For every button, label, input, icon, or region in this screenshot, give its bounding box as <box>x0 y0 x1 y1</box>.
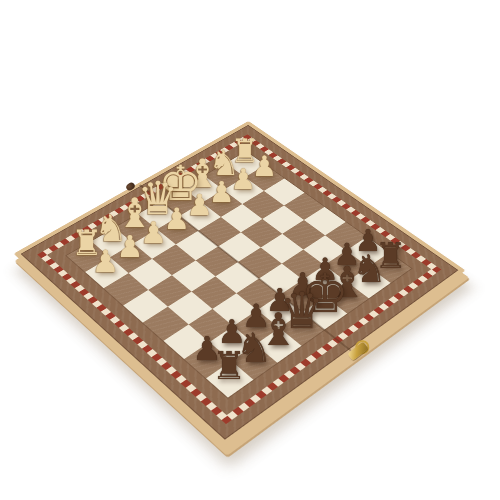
piece-black-rook-a8[interactable]: ♜ <box>212 347 247 386</box>
pieces-layer: ♜♞♝♛♚♝♞♜♟♟♟♟♟♟♟♟♟♟♟♟♟♟♟♟♜♞♝♛♚♝♞♜ <box>0 0 500 500</box>
piece-white-pawn-b2[interactable]: ♟ <box>116 232 143 262</box>
product-photo-scene: ♜♞♝♛♚♝♞♜♟♟♟♟♟♟♟♟♟♟♟♟♟♟♟♟♜♞♝♛♚♝♞♜ <box>0 0 500 500</box>
piece-white-pawn-c2[interactable]: ♟ <box>140 218 167 248</box>
piece-white-pawn-a2[interactable]: ♟ <box>92 246 120 277</box>
piece-white-pawn-d2[interactable]: ♟ <box>164 204 191 234</box>
piece-white-pawn-f2[interactable]: ♟ <box>209 178 235 207</box>
